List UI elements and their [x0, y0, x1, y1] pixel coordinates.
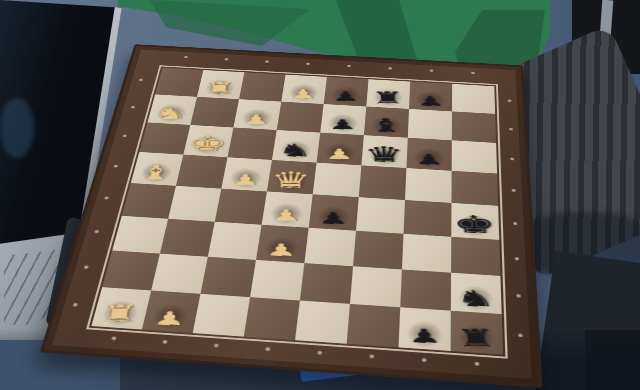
square-f7: [402, 234, 451, 273]
piece-shadow: [190, 134, 225, 155]
square-a8: [452, 84, 495, 114]
frame-coordinate-mark: [515, 257, 519, 260]
square-d1: ♝: [131, 152, 184, 186]
frame-coordinate-mark: [518, 333, 523, 337]
square-d6: [359, 165, 407, 200]
frame-coordinate-mark: [306, 63, 310, 65]
piece-shadow: [228, 167, 263, 190]
square-d2: [176, 155, 228, 189]
piece-shadow: [204, 78, 237, 97]
piece-shadow: [371, 115, 403, 136]
piece-shadow: [373, 88, 404, 108]
piece-shadow: [458, 323, 495, 352]
frame-coordinate-mark: [369, 354, 374, 358]
frame-coordinate-mark: [508, 99, 512, 102]
square-b1: ♞: [147, 94, 197, 125]
square-e7: [404, 200, 452, 237]
frame-coordinate-mark: [516, 294, 521, 298]
piece-shadow: [413, 147, 445, 169]
frame-coordinate-mark: [430, 69, 434, 71]
frame-coordinate-mark: [512, 189, 516, 192]
square-g1: [102, 250, 160, 290]
square-f6: [353, 231, 403, 270]
frame-coordinate-mark: [347, 65, 351, 67]
square-h4: [244, 297, 300, 340]
frame-coordinate-mark: [94, 230, 99, 233]
square-b2: [190, 97, 239, 128]
square-a4: ♟: [281, 75, 327, 104]
square-h8: ♜: [451, 311, 503, 355]
piece-shadow: [458, 213, 492, 237]
piece-shadow: [406, 320, 443, 349]
piece-shadow: [316, 205, 351, 229]
square-e4: ♟: [262, 191, 313, 227]
piece-shadow: [327, 113, 359, 133]
square-g6: [350, 266, 402, 307]
piece-shadow: [368, 144, 400, 166]
piece-shadow: [288, 83, 320, 102]
piece-shadow: [240, 108, 273, 128]
square-b7: [408, 109, 452, 140]
square-h7: ♟: [398, 307, 450, 351]
square-c7: ♟: [406, 138, 451, 171]
frame-coordinate-mark: [388, 67, 392, 69]
frame-coordinate-mark: [214, 344, 219, 348]
piece-shadow: [279, 139, 313, 160]
piece-shadow: [154, 103, 188, 123]
square-b3: ♟: [233, 99, 281, 130]
frame-coordinate-mark: [113, 165, 118, 168]
piece-shadow: [416, 90, 446, 110]
square-b6: ♝: [364, 106, 409, 137]
square-b4: [277, 102, 324, 133]
frame-coordinate-mark: [139, 79, 143, 82]
square-g2: [151, 254, 208, 294]
piece-shadow: [269, 202, 305, 226]
square-d7: [405, 168, 452, 203]
square-d4: ♛: [267, 160, 317, 194]
square-b8: [452, 111, 496, 143]
square-c2: ♚: [183, 125, 233, 157]
square-f2: [160, 219, 215, 257]
square-c5: ♟: [317, 133, 364, 166]
square-g3: [200, 257, 256, 297]
piece-shadow: [330, 85, 361, 104]
frame-coordinate-mark: [265, 60, 269, 62]
frame-coordinate-mark: [471, 72, 475, 74]
square-h2: ♟: [142, 290, 201, 333]
frame-coordinate-mark: [73, 303, 78, 307]
square-c4: ♞: [272, 130, 320, 163]
frame-coordinate-mark: [84, 265, 89, 268]
square-a3: [239, 72, 286, 101]
frame-coordinate-mark: [513, 222, 517, 225]
square-e8: ♚: [451, 203, 499, 240]
frame-coordinate-mark: [131, 106, 135, 109]
square-e2: [168, 186, 221, 222]
piece-shadow: [100, 299, 142, 327]
square-c3: [228, 127, 277, 159]
chess-board: ♜♟♟♜♟♞♟♟♝♚♞♟♛♟♝♟♛♟♟♚♟♞♜♟♟♜: [40, 44, 543, 388]
square-d3: ♟: [221, 157, 272, 191]
frame-coordinate-mark: [475, 362, 480, 366]
laptop-screen-reflection: [0, 98, 34, 158]
square-h6: [347, 304, 401, 348]
board-grid: ♜♟♟♜♟♞♟♟♝♚♞♟♛♟♝♟♛♟♟♚♟♞♜♟♟♜: [91, 68, 503, 355]
square-c8: [452, 140, 497, 173]
piece-shadow: [264, 236, 301, 261]
frame-coordinate-mark: [224, 58, 228, 60]
square-e6: [356, 197, 405, 234]
frame-coordinate-mark: [510, 158, 514, 161]
square-b5: ♟: [320, 104, 366, 135]
square-e5: ♟: [309, 194, 359, 230]
piece-shadow: [274, 170, 309, 193]
square-c6: ♛: [361, 135, 407, 168]
frame-coordinate-mark: [122, 134, 127, 137]
square-g5: [300, 263, 353, 304]
frame-coordinate-mark: [104, 196, 109, 199]
square-f3: [208, 222, 262, 260]
piece-shadow: [458, 284, 494, 311]
square-c1: [139, 122, 190, 154]
frame-coordinate-mark: [509, 128, 513, 131]
square-f5: [304, 228, 356, 267]
square-g8: ♞: [451, 273, 502, 314]
frame-coordinate-mark: [265, 347, 270, 351]
piece-shadow: [138, 161, 175, 183]
photo-scene: ♜♟♟♜♟♞♟♟♝♚♞♟♛♟♝♟♛♟♟♚♟♞♜♟♟♜: [0, 0, 640, 390]
piece-shadow: [323, 142, 356, 164]
frame-coordinate-mark: [184, 56, 188, 58]
frame-coordinate-mark: [162, 340, 167, 344]
square-a7: ♟: [409, 82, 452, 112]
frame-coordinate-mark: [317, 351, 322, 355]
square-d5: [313, 163, 362, 198]
square-a6: ♜: [366, 79, 410, 109]
piece-shadow: [150, 302, 191, 330]
square-g7: [400, 269, 451, 310]
square-e1: [122, 183, 176, 219]
square-f1: [112, 216, 168, 254]
square-g4: [250, 260, 304, 301]
frame-coordinate-mark: [111, 336, 116, 340]
square-a5: ♟: [324, 77, 369, 107]
square-f8: [451, 237, 500, 276]
square-a2: ♜: [197, 70, 244, 99]
square-f4: ♟: [256, 225, 309, 263]
frame-coordinate-mark: [422, 358, 427, 362]
square-h3: [193, 294, 250, 337]
square-d8: [451, 171, 498, 206]
board-frame: ♜♟♟♜♟♞♟♟♝♚♞♟♛♟♝♟♛♟♟♚♟♞♜♟♟♜: [40, 44, 543, 388]
square-e3: [215, 189, 267, 225]
square-a1: [155, 68, 203, 97]
square-h5: [295, 301, 350, 344]
